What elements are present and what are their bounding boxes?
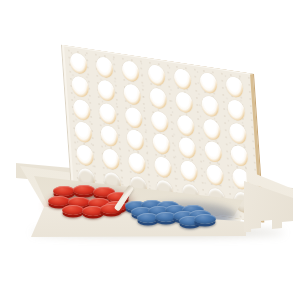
blue-disc-pile	[0, 0, 300, 300]
connect-four-photo	[0, 0, 300, 300]
blue-disc[interactable]	[194, 214, 216, 224]
